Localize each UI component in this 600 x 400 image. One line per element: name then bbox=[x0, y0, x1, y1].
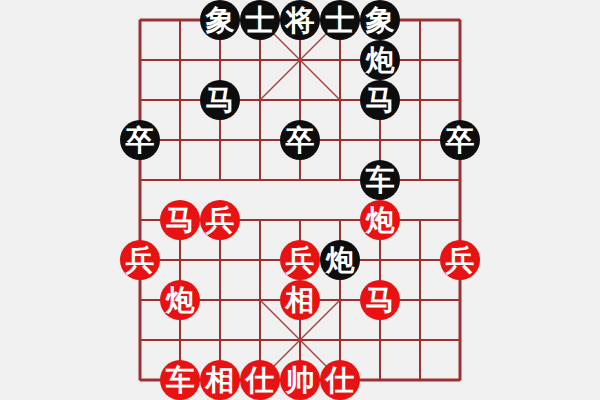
piece-black-chariot[interactable]: 车 bbox=[360, 160, 400, 200]
piece-black-elephant[interactable]: 象 bbox=[200, 0, 240, 40]
piece-black-advisor[interactable]: 士 bbox=[320, 0, 360, 40]
board-grid-lines bbox=[0, 0, 600, 400]
piece-red-chariot[interactable]: 车 bbox=[160, 360, 200, 400]
piece-black-horse[interactable]: 马 bbox=[360, 80, 400, 120]
piece-black-pawn[interactable]: 卒 bbox=[280, 120, 320, 160]
piece-red-elephant[interactable]: 相 bbox=[280, 280, 320, 320]
piece-red-elephant[interactable]: 相 bbox=[200, 360, 240, 400]
piece-black-horse[interactable]: 马 bbox=[200, 80, 240, 120]
piece-red-pawn[interactable]: 兵 bbox=[120, 240, 160, 280]
piece-red-cannon[interactable]: 炮 bbox=[360, 200, 400, 240]
piece-black-elephant[interactable]: 象 bbox=[360, 0, 400, 40]
piece-black-pawn[interactable]: 卒 bbox=[120, 120, 160, 160]
piece-black-cannon[interactable]: 炮 bbox=[360, 40, 400, 80]
piece-black-cannon[interactable]: 炮 bbox=[320, 240, 360, 280]
piece-red-advisor[interactable]: 仕 bbox=[240, 360, 280, 400]
piece-red-pawn[interactable]: 兵 bbox=[440, 240, 480, 280]
piece-black-advisor[interactable]: 士 bbox=[240, 0, 280, 40]
piece-red-horse[interactable]: 马 bbox=[360, 280, 400, 320]
piece-red-pawn[interactable]: 兵 bbox=[280, 240, 320, 280]
xiangqi-board: 象士将士象炮马马卒卒卒车炮马兵炮兵兵兵炮相马车相仕帅仕 bbox=[0, 0, 600, 400]
piece-red-general[interactable]: 帅 bbox=[280, 360, 320, 400]
piece-red-horse[interactable]: 马 bbox=[160, 200, 200, 240]
piece-red-cannon[interactable]: 炮 bbox=[160, 280, 200, 320]
piece-red-advisor[interactable]: 仕 bbox=[320, 360, 360, 400]
piece-red-pawn[interactable]: 兵 bbox=[200, 200, 240, 240]
piece-black-pawn[interactable]: 卒 bbox=[440, 120, 480, 160]
piece-black-general[interactable]: 将 bbox=[280, 0, 320, 40]
